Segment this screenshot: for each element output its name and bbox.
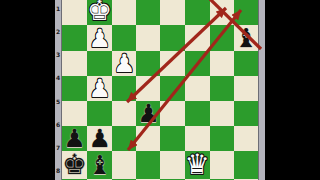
square-a3[interactable] [234, 51, 258, 76]
square-f2[interactable] [112, 25, 136, 51]
square-a6[interactable] [234, 126, 258, 151]
white-queen-c7[interactable]: ♛ [185, 151, 210, 179]
square-g6[interactable]: ♟ [87, 126, 112, 151]
chess-app-screenshot: 12345678 ♚♟♝♟♟♟♟♟♚♝♛ [0, 0, 320, 180]
square-e8[interactable] [136, 179, 160, 180]
rank-label-1: 1 [55, 0, 61, 20]
black-pawn-g6[interactable]: ♟ [88, 126, 110, 151]
rank-labels-strip: 12345678 [55, 0, 62, 180]
square-b4[interactable] [210, 76, 234, 101]
chess-board[interactable]: ♚♟♝♟♟♟♟♟♚♝♛ [62, 0, 258, 180]
square-b6[interactable] [210, 126, 234, 151]
square-d4[interactable] [160, 76, 184, 101]
square-g1[interactable]: ♚ [87, 0, 112, 25]
square-e1[interactable] [136, 0, 160, 25]
square-f5[interactable] [112, 101, 136, 126]
square-b7[interactable] [210, 151, 234, 179]
square-g3[interactable] [87, 51, 112, 76]
white-pawn-g2[interactable]: ♟ [88, 26, 110, 51]
rank-label-5: 5 [55, 90, 61, 113]
board-right-border [258, 0, 265, 180]
rank-label-4: 4 [55, 67, 61, 90]
square-f1[interactable] [112, 0, 136, 25]
square-e2[interactable] [136, 25, 160, 51]
square-e6[interactable] [136, 126, 160, 151]
square-h5[interactable] [62, 101, 87, 126]
rank-label-7: 7 [55, 137, 61, 160]
square-b1[interactable] [210, 0, 234, 25]
white-pawn-g4[interactable]: ♟ [88, 76, 110, 101]
square-e3[interactable] [136, 51, 160, 76]
square-a5[interactable] [234, 101, 258, 126]
square-a2[interactable]: ♝ [234, 25, 258, 51]
square-f3[interactable]: ♟ [112, 51, 136, 76]
square-a8[interactable] [234, 179, 258, 180]
square-a4[interactable] [234, 76, 258, 101]
square-g4[interactable]: ♟ [87, 76, 112, 101]
square-a7[interactable] [234, 151, 258, 179]
square-c1[interactable] [185, 0, 210, 25]
square-f7[interactable] [112, 151, 136, 179]
black-king-h7[interactable]: ♚ [62, 151, 87, 179]
square-f6[interactable] [112, 126, 136, 151]
square-c2[interactable] [185, 25, 210, 51]
square-h4[interactable] [62, 76, 87, 101]
square-d2[interactable] [160, 25, 184, 51]
square-c3[interactable] [185, 51, 210, 76]
white-king-g1[interactable]: ♚ [87, 0, 112, 25]
square-c4[interactable] [185, 76, 210, 101]
rank-label-2: 2 [55, 20, 61, 43]
square-g2[interactable]: ♟ [87, 25, 112, 51]
square-h1[interactable] [62, 0, 87, 25]
square-f8[interactable] [112, 179, 136, 180]
rank-label-8: 8 [55, 160, 61, 180]
black-bishop-g7[interactable]: ♝ [88, 152, 111, 178]
square-b8[interactable] [210, 179, 234, 180]
square-e5[interactable]: ♟ [136, 101, 160, 126]
square-d6[interactable] [160, 126, 184, 151]
square-g7[interactable]: ♝ [87, 151, 112, 179]
square-g5[interactable] [87, 101, 112, 126]
square-c5[interactable] [185, 101, 210, 126]
square-b2[interactable] [210, 25, 234, 51]
square-a1[interactable] [234, 0, 258, 25]
square-b3[interactable] [210, 51, 234, 76]
square-b5[interactable] [210, 101, 234, 126]
square-d5[interactable] [160, 101, 184, 126]
square-e7[interactable] [136, 151, 160, 179]
black-pawn-e5[interactable]: ♟ [137, 101, 159, 126]
rank-label-6: 6 [55, 113, 61, 136]
square-h2[interactable] [62, 25, 87, 51]
square-e4[interactable] [136, 76, 160, 101]
square-c7[interactable]: ♛ [185, 151, 210, 179]
square-f4[interactable] [112, 76, 136, 101]
square-h7[interactable]: ♚ [62, 151, 87, 179]
square-d8[interactable] [160, 179, 184, 180]
white-pawn-f3[interactable]: ♟ [113, 51, 135, 76]
square-d1[interactable] [160, 0, 184, 25]
square-d3[interactable] [160, 51, 184, 76]
rank-label-3: 3 [55, 44, 61, 67]
square-h3[interactable] [62, 51, 87, 76]
square-d7[interactable] [160, 151, 184, 179]
black-bishop-a2[interactable]: ♝ [234, 25, 257, 51]
